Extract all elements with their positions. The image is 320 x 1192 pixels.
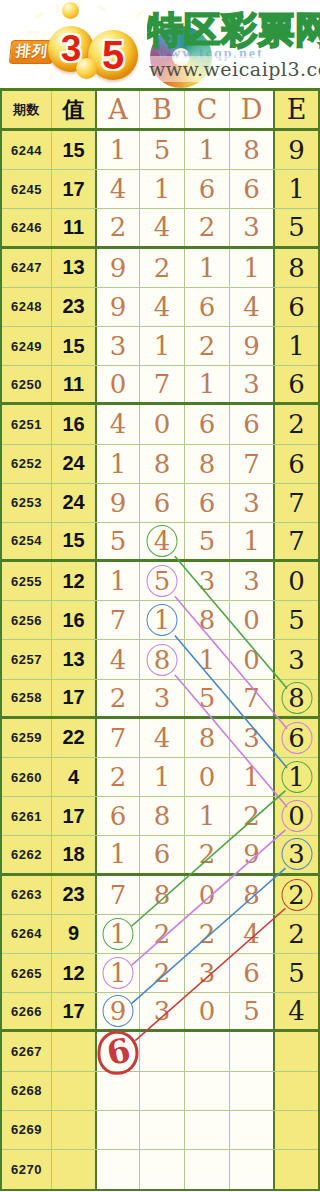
- table-row: 62461124235: [2, 209, 318, 248]
- digit-cell-A: 4: [95, 405, 140, 443]
- annotation-circle-green: [281, 682, 312, 714]
- value-cell: [52, 1072, 95, 1110]
- digit-cell-A: 7: [95, 719, 140, 757]
- digit-cell-E: 3: [273, 836, 318, 872]
- annotation-circle-violet: [281, 800, 312, 832]
- digit-cell-D: 6: [230, 405, 273, 443]
- digit-cell-A: 6: [95, 1032, 140, 1070]
- table-row: 62676: [2, 1032, 318, 1071]
- digit-cell-D: 5: [230, 993, 273, 1029]
- table-row: 62532496637: [2, 484, 318, 523]
- value-cell: 16: [52, 405, 95, 443]
- table-row: 62541554517: [2, 523, 318, 562]
- digit-cell-C: [185, 1072, 230, 1110]
- digit-cell-C: 5: [185, 523, 230, 559]
- period-cell: 6261: [2, 797, 52, 835]
- digit-cell-E: [273, 1111, 318, 1149]
- digit-cell-C: 8: [185, 445, 230, 483]
- digit-cell-E: 3: [273, 640, 318, 678]
- digit-cell-A: [95, 1072, 140, 1110]
- value-cell: 22: [52, 719, 95, 757]
- annotation-circle-violet: [103, 957, 134, 989]
- value-cell: 17: [52, 993, 95, 1029]
- digit-cell-E: 7: [273, 523, 318, 559]
- digit-cell-E: 6: [273, 366, 318, 402]
- digit-cell-E: 1: [273, 170, 318, 208]
- period-cell: 6264: [2, 915, 52, 953]
- value-cell: 23: [52, 876, 95, 914]
- value-cell: 12: [52, 562, 95, 600]
- digit-cell-B: [140, 1150, 185, 1189]
- digit-cell-B: 0: [140, 405, 185, 443]
- digit-cell-E: [273, 1032, 318, 1070]
- digit-cell-C: 1: [185, 366, 230, 402]
- digit-cell-A: 2: [95, 758, 140, 796]
- digit-cell-C: 1: [185, 797, 230, 835]
- digit-cell-D: 7: [230, 445, 273, 483]
- sun-ray-icon: [27, 31, 39, 34]
- period-cell: 6244: [2, 131, 52, 169]
- digit-cell-C: 0: [185, 758, 230, 796]
- header-col-A: A: [95, 91, 140, 128]
- digit-cell-C: 8: [185, 601, 230, 639]
- digit-cell-A: 0: [95, 366, 140, 402]
- value-cell: 9: [52, 915, 95, 953]
- digit-cell-D: 2: [230, 797, 273, 835]
- digit-cell-C: 0: [185, 993, 230, 1029]
- digit-cell-D: 1: [230, 249, 273, 287]
- period-cell: 6270: [2, 1150, 52, 1189]
- digit-cell-B: [140, 1111, 185, 1149]
- table-row: 62471392118: [2, 249, 318, 288]
- annotation-circle-green: [281, 761, 312, 793]
- digit-cell-A: 1: [95, 836, 140, 872]
- digit-cell-B: 8: [140, 876, 185, 914]
- digit-cell-A: [95, 1150, 140, 1189]
- period-cell: 6257: [2, 640, 52, 678]
- header-col-D: D: [230, 91, 273, 128]
- digit-cell-A: 4: [95, 640, 140, 678]
- digit-cell-E: 1: [273, 327, 318, 365]
- logo-small-ball-icon: [62, 2, 79, 19]
- digit-cell-D: [230, 1072, 273, 1110]
- table-row: 62651212365: [2, 954, 318, 993]
- digit-cell-C: 2: [185, 915, 230, 953]
- digit-cell-D: 0: [230, 601, 273, 639]
- digit-cell-C: 3: [185, 954, 230, 992]
- table-row: 62511640662: [2, 405, 318, 444]
- digit-cell-C: 0: [185, 876, 230, 914]
- digit-cell-E: 2: [273, 915, 318, 953]
- table-row: 62571348103: [2, 640, 318, 679]
- digit-cell-B: [140, 1032, 185, 1070]
- value-cell: 24: [52, 445, 95, 483]
- sun-ray-icon: [49, 72, 55, 81]
- annotation-circle-red: [281, 879, 312, 911]
- value-cell: 12: [52, 954, 95, 992]
- digit-cell-C: 2: [185, 836, 230, 872]
- digit-cell-C: 8: [185, 719, 230, 757]
- table-row: 62581723578: [2, 680, 318, 719]
- digit-cell-E: 4: [273, 993, 318, 1029]
- digit-cell-B: 1: [140, 327, 185, 365]
- digit-cell-D: [230, 1150, 273, 1189]
- digit-cell-C: 1: [185, 249, 230, 287]
- annotation-circle-green: [103, 918, 134, 950]
- digit-cell-B: 6: [140, 484, 185, 522]
- period-cell: 6258: [2, 680, 52, 716]
- annotation-circle-blue: [281, 838, 312, 870]
- digit-cell-E: 0: [273, 562, 318, 600]
- digit-cell-B: 1: [140, 170, 185, 208]
- table-row: 62491531291: [2, 327, 318, 366]
- header-col-B: B: [140, 91, 185, 128]
- digit-cell-A: 1: [95, 131, 140, 169]
- annotation-circle-green: [147, 525, 178, 557]
- table-row: 6264912242: [2, 915, 318, 954]
- value-cell: 15: [52, 523, 95, 559]
- digit-cell-B: 7: [140, 366, 185, 402]
- digit-cell-A: 9: [95, 993, 140, 1029]
- value-cell: 17: [52, 680, 95, 716]
- value-cell: [52, 1150, 95, 1189]
- digit-cell-E: 6: [273, 288, 318, 326]
- table-row: 6268: [2, 1072, 318, 1111]
- digit-cell-E: 1: [273, 758, 318, 796]
- digit-cell-D: 3: [230, 366, 273, 402]
- digit-cell-D: 3: [230, 484, 273, 522]
- digit-cell-E: 6: [273, 719, 318, 757]
- table-row: 62632378082: [2, 876, 318, 915]
- digit-cell-B: 4: [140, 719, 185, 757]
- table-row: 62561671805: [2, 601, 318, 640]
- digit-cell-B: 2: [140, 249, 185, 287]
- header-value: 值: [52, 91, 95, 128]
- logo-ball-5-digit: 5: [102, 33, 124, 78]
- digit-cell-D: [230, 1032, 273, 1070]
- digit-cell-A: 1: [95, 915, 140, 953]
- value-cell: 24: [52, 484, 95, 522]
- table-row: 62661793054: [2, 993, 318, 1032]
- digit-cell-D: 3: [230, 719, 273, 757]
- digit-cell-D: 3: [230, 209, 273, 245]
- digit-cell-E: 8: [273, 680, 318, 716]
- digit-cell-B: 2: [140, 915, 185, 953]
- period-cell: 6269: [2, 1111, 52, 1149]
- digit-cell-D: [230, 1111, 273, 1149]
- period-cell: 6259: [2, 719, 52, 757]
- digit-cell-D: 1: [230, 758, 273, 796]
- table-row: 62482394646: [2, 288, 318, 327]
- digit-cell-A: 9: [95, 249, 140, 287]
- table-row: 6260421011: [2, 758, 318, 797]
- digit-cell-C: 6: [185, 170, 230, 208]
- digit-cell-A: 7: [95, 876, 140, 914]
- value-cell: 13: [52, 249, 95, 287]
- sun-ray-icon: [97, 4, 107, 13]
- digit-cell-B: 5: [140, 131, 185, 169]
- digit-cell-B: 8: [140, 797, 185, 835]
- digit-cell-A: 1: [95, 445, 140, 483]
- sun-ray-icon: [56, 3, 59, 13]
- digit-cell-C: [185, 1032, 230, 1070]
- digit-cell-D: 8: [230, 131, 273, 169]
- digit-cell-E: 5: [273, 954, 318, 992]
- digit-cell-A: 9: [95, 484, 140, 522]
- table-row: 62592274836: [2, 719, 318, 758]
- digit-cell-D: 0: [230, 640, 273, 678]
- period-cell: 6249: [2, 327, 52, 365]
- digit-cell-A: 1: [95, 954, 140, 992]
- value-cell: 17: [52, 797, 95, 835]
- digit-cell-B: 8: [140, 640, 185, 678]
- digit-cell-B: 3: [140, 680, 185, 716]
- digit-cell-D: 9: [230, 836, 273, 872]
- value-cell: 15: [52, 131, 95, 169]
- period-cell: 6267: [2, 1032, 52, 1070]
- digit-cell-A: 7: [95, 601, 140, 639]
- digit-cell-C: [185, 1150, 230, 1189]
- period-cell: 6254: [2, 523, 52, 559]
- table-body: 6244151518962451741661624611242356247139…: [2, 131, 318, 1189]
- lottery-trend-chart-page: 排列 3 5 特区彩票网 www.tcqp.net www.weicaipl3.…: [0, 0, 320, 1192]
- annotation-circle-blue: [147, 604, 178, 636]
- digit-cell-C: 1: [185, 131, 230, 169]
- digit-cell-B: 4: [140, 288, 185, 326]
- digit-cell-C: 2: [185, 327, 230, 365]
- period-cell: 6247: [2, 249, 52, 287]
- digit-cell-D: 6: [230, 954, 273, 992]
- annotation-circle-blue: [103, 995, 134, 1027]
- period-cell: 6248: [2, 288, 52, 326]
- period-cell: 6246: [2, 209, 52, 245]
- table-row: 62551215330: [2, 562, 318, 601]
- annotation-circle-violet: [147, 644, 178, 676]
- digit-cell-E: 9: [273, 131, 318, 169]
- period-cell: 6251: [2, 405, 52, 443]
- digit-cell-C: 6: [185, 484, 230, 522]
- table-row: 62501107136: [2, 366, 318, 405]
- sun-ray-icon: [135, 9, 145, 18]
- digit-cell-B: 4: [140, 209, 185, 245]
- digit-cell-C: 3: [185, 562, 230, 600]
- digit-cell-B: 1: [140, 758, 185, 796]
- value-cell: 11: [52, 209, 95, 245]
- header-period: 期数: [2, 91, 52, 128]
- digit-cell-E: 2: [273, 405, 318, 443]
- annotation-circle-violet: [281, 722, 312, 754]
- digit-cell-B: 4: [140, 523, 185, 559]
- value-cell: [52, 1032, 95, 1070]
- digit-cell-A: 4: [95, 170, 140, 208]
- digit-cell-C: 5: [185, 680, 230, 716]
- digit-cell-C: 6: [185, 288, 230, 326]
- value-cell: 18: [52, 836, 95, 872]
- value-cell: 11: [52, 366, 95, 402]
- digit-cell-A: 2: [95, 209, 140, 245]
- table-row: 62611768120: [2, 797, 318, 836]
- digit-cell-B: [140, 1072, 185, 1110]
- period-cell: 6250: [2, 366, 52, 402]
- digit-cell-B: 5: [140, 562, 185, 600]
- digit-cell-D: 9: [230, 327, 273, 365]
- digit-cell-E: 2: [273, 876, 318, 914]
- digit-cell-B: 2: [140, 954, 185, 992]
- value-cell: 17: [52, 170, 95, 208]
- value-cell: 16: [52, 601, 95, 639]
- digit-cell-A: 1: [95, 562, 140, 600]
- digit-cell-C: [185, 1111, 230, 1149]
- period-cell: 6260: [2, 758, 52, 796]
- table-row: 6269: [2, 1111, 318, 1150]
- value-cell: 4: [52, 758, 95, 796]
- table-row: 62522418876: [2, 445, 318, 484]
- header-col-C: C: [185, 91, 230, 128]
- digit-cell-E: 6: [273, 445, 318, 483]
- value-cell: 23: [52, 288, 95, 326]
- site-url: www.weicaipl3.com: [146, 56, 320, 82]
- digit-cell-A: [95, 1111, 140, 1149]
- logo-small-ball-icon: [76, 58, 97, 79]
- digit-cell-D: 4: [230, 915, 273, 953]
- digit-cell-A: 6: [95, 797, 140, 835]
- period-cell: 6256: [2, 601, 52, 639]
- table-row: 62621816293: [2, 836, 318, 875]
- period-cell: 6263: [2, 876, 52, 914]
- digit-cell-C: 1: [185, 640, 230, 678]
- digit-cell-A: 9: [95, 288, 140, 326]
- digit-cell-D: 6: [230, 170, 273, 208]
- digit-cell-D: 4: [230, 288, 273, 326]
- period-cell: 6265: [2, 954, 52, 992]
- value-cell: 13: [52, 640, 95, 678]
- digit-cell-C: 2: [185, 209, 230, 245]
- site-banner: 排列 3 5 特区彩票网 www.tcqp.net www.weicaipl3.…: [0, 0, 320, 88]
- digit-cell-E: [273, 1072, 318, 1110]
- period-cell: 6268: [2, 1072, 52, 1110]
- digit-cell-A: 3: [95, 327, 140, 365]
- digit-cell-E: 5: [273, 601, 318, 639]
- digit-cell-B: 1: [140, 601, 185, 639]
- table-row: 62441515189: [2, 131, 318, 170]
- period-cell: 6253: [2, 484, 52, 522]
- digit-cell-D: 1: [230, 523, 273, 559]
- period-cell: 6245: [2, 170, 52, 208]
- table-row: 62451741661: [2, 170, 318, 209]
- digit-cell-E: [273, 1150, 318, 1189]
- sun-ray-icon: [34, 11, 45, 20]
- header-col-E: E: [273, 91, 318, 128]
- value-cell: [52, 1111, 95, 1149]
- annotation-circle-violet: [147, 565, 178, 597]
- period-cell: 6255: [2, 562, 52, 600]
- period-cell: 6252: [2, 445, 52, 483]
- digit-cell-E: 7: [273, 484, 318, 522]
- digit-cell-A: 5: [95, 523, 140, 559]
- digit-cell-E: 5: [273, 209, 318, 245]
- digit-cell-D: 8: [230, 876, 273, 914]
- digit-cell-B: 6: [140, 836, 185, 872]
- table-row: 6270: [2, 1150, 318, 1189]
- digit-cell-D: 7: [230, 680, 273, 716]
- table-header-row: 期数 值 A B C D E: [2, 91, 318, 131]
- value-cell: 15: [52, 327, 95, 365]
- digit-cell-A: 2: [95, 680, 140, 716]
- period-cell: 6262: [2, 836, 52, 872]
- digit-cell-D: 3: [230, 562, 273, 600]
- digit-cell-B: 8: [140, 445, 185, 483]
- trend-chart-table: 期数 值 A B C D E 6244151518962451741661624…: [0, 88, 320, 1191]
- digit-cell-C: 6: [185, 405, 230, 443]
- period-cell: 6266: [2, 993, 52, 1029]
- digit-cell-E: 0: [273, 797, 318, 835]
- digit-cell-E: 8: [273, 249, 318, 287]
- digit-cell-B: 3: [140, 993, 185, 1029]
